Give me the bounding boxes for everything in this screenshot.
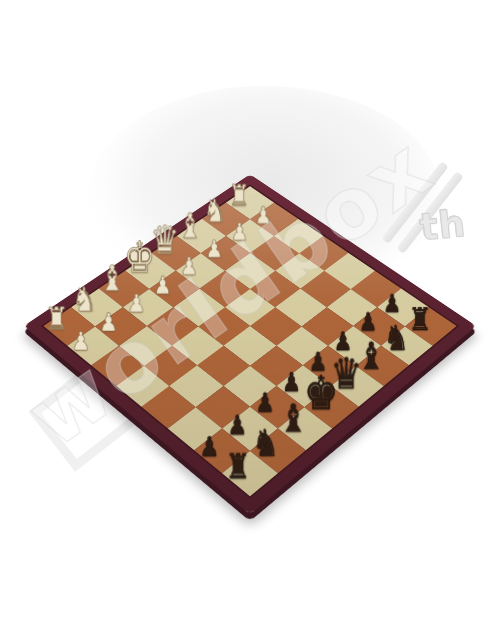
- watermark-th-text: th: [418, 202, 468, 250]
- product-photo: ♜♟♟♜♞♟♟♞♝♟♟♝♛♟♟♛♚♟♟♚♝♟♟♝♞♟♟♞♜♟♟♜ worldbo…: [0, 0, 500, 625]
- square: ♝: [278, 407, 333, 451]
- piece-white-rook: ♜: [42, 303, 72, 334]
- piece-black-pawn: ♟: [353, 309, 383, 334]
- piece-white-bishop: ♝: [97, 261, 126, 296]
